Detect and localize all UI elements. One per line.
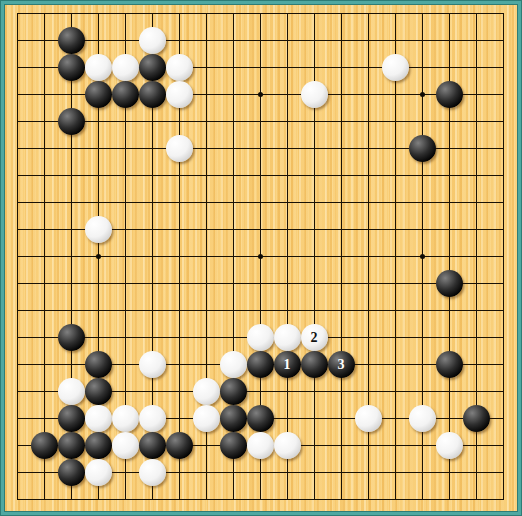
white-stone xyxy=(112,54,139,81)
white-stone xyxy=(274,432,301,459)
white-stone xyxy=(139,459,166,486)
white-stone xyxy=(166,135,193,162)
white-stone xyxy=(166,54,193,81)
star-point xyxy=(420,254,425,259)
white-stone xyxy=(139,405,166,432)
black-stone xyxy=(247,405,274,432)
black-stone xyxy=(301,351,328,378)
black-stone xyxy=(85,378,112,405)
white-stone xyxy=(193,378,220,405)
black-stone-move-3: 3 xyxy=(328,351,355,378)
black-stone xyxy=(139,432,166,459)
white-stone xyxy=(274,324,301,351)
black-stone xyxy=(85,351,112,378)
black-stone xyxy=(139,54,166,81)
black-stone xyxy=(58,432,85,459)
white-stone xyxy=(220,351,247,378)
black-stone xyxy=(58,27,85,54)
white-stone xyxy=(436,432,463,459)
black-stone xyxy=(31,432,58,459)
star-point xyxy=(96,254,101,259)
white-stone xyxy=(139,351,166,378)
black-stone xyxy=(58,54,85,81)
black-stone xyxy=(436,270,463,297)
white-stone xyxy=(85,54,112,81)
white-stone xyxy=(247,432,274,459)
black-stone xyxy=(58,108,85,135)
white-stone-move-2: 2 xyxy=(301,324,328,351)
white-stone xyxy=(301,81,328,108)
black-stone xyxy=(436,351,463,378)
black-stone xyxy=(85,81,112,108)
star-point xyxy=(420,92,425,97)
white-stone xyxy=(139,27,166,54)
white-stone xyxy=(382,54,409,81)
star-point xyxy=(258,92,263,97)
black-stone xyxy=(220,405,247,432)
black-stone xyxy=(112,81,139,108)
black-stone xyxy=(220,432,247,459)
black-stone xyxy=(166,432,193,459)
star-point xyxy=(258,254,263,259)
white-stone xyxy=(85,405,112,432)
go-board: 213 xyxy=(0,0,522,516)
black-stone xyxy=(247,351,274,378)
black-stone xyxy=(463,405,490,432)
white-stone xyxy=(85,459,112,486)
white-stone xyxy=(166,81,193,108)
white-stone xyxy=(58,378,85,405)
white-stone xyxy=(193,405,220,432)
white-stone xyxy=(112,432,139,459)
white-stone xyxy=(112,405,139,432)
white-stone xyxy=(409,405,436,432)
black-stone xyxy=(85,432,112,459)
white-stone xyxy=(355,405,382,432)
white-stone xyxy=(85,216,112,243)
black-stone xyxy=(409,135,436,162)
white-stone xyxy=(247,324,274,351)
black-stone-move-1: 1 xyxy=(274,351,301,378)
black-stone xyxy=(58,324,85,351)
black-stone xyxy=(220,378,247,405)
black-stone xyxy=(436,81,463,108)
black-stone xyxy=(58,405,85,432)
black-stone xyxy=(139,81,166,108)
black-stone xyxy=(58,459,85,486)
